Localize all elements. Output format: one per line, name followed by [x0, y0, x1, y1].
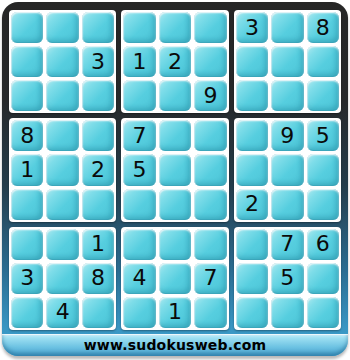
sudoku-cell[interactable]: 3 [11, 263, 43, 294]
sudoku-cell[interactable]: 9 [271, 120, 303, 151]
sudoku-cell[interactable] [123, 189, 155, 220]
sudoku-cell[interactable] [11, 189, 43, 220]
sudoku-box: 38 [234, 10, 341, 113]
sudoku-cell[interactable] [11, 46, 43, 77]
sudoku-cell[interactable]: 7 [123, 120, 155, 151]
sudoku-cell[interactable] [194, 154, 226, 185]
sudoku-cell[interactable]: 8 [307, 12, 339, 43]
sudoku-cell[interactable] [123, 297, 155, 328]
sudoku-cell[interactable]: 4 [46, 297, 78, 328]
sudoku-box: 1384 [9, 227, 116, 330]
sudoku-cell[interactable]: 1 [159, 297, 191, 328]
sudoku-box: 129 [121, 10, 228, 113]
sudoku-box: 75 [121, 118, 228, 221]
sudoku-cell[interactable]: 7 [194, 263, 226, 294]
sudoku-cell[interactable] [159, 80, 191, 111]
sudoku-cell[interactable] [271, 189, 303, 220]
sudoku-cell[interactable]: 2 [236, 189, 268, 220]
sudoku-cell[interactable]: 2 [159, 46, 191, 77]
sudoku-cell[interactable]: 1 [123, 46, 155, 77]
sudoku-cell[interactable]: 5 [271, 263, 303, 294]
sudoku-box: 812 [9, 118, 116, 221]
sudoku-cell[interactable] [307, 263, 339, 294]
sudoku-cell[interactable] [236, 229, 268, 260]
sudoku-cell[interactable] [307, 46, 339, 77]
sudoku-cell[interactable] [194, 12, 226, 43]
sudoku-cell[interactable] [82, 189, 114, 220]
sudoku-cell[interactable] [159, 263, 191, 294]
sudoku-cell[interactable]: 8 [82, 263, 114, 294]
sudoku-cell[interactable] [236, 154, 268, 185]
sudoku-cell[interactable]: 9 [194, 80, 226, 111]
sudoku-cell[interactable] [236, 297, 268, 328]
sudoku-cell[interactable] [307, 154, 339, 185]
sudoku-board: 312938812759521384471765 [9, 10, 341, 330]
sudoku-cell[interactable]: 6 [307, 229, 339, 260]
sudoku-cell[interactable] [194, 229, 226, 260]
sudoku-cell[interactable] [159, 12, 191, 43]
sudoku-cell[interactable] [194, 46, 226, 77]
sudoku-cell[interactable] [82, 12, 114, 43]
site-url: www.sudokusweb.com [84, 337, 267, 353]
sudoku-cell[interactable] [11, 229, 43, 260]
sudoku-box: 3 [9, 10, 116, 113]
sudoku-cell[interactable] [271, 80, 303, 111]
sudoku-cell[interactable] [236, 46, 268, 77]
sudoku-box: 471 [121, 227, 228, 330]
sudoku-cell[interactable]: 1 [11, 154, 43, 185]
sudoku-cell[interactable] [123, 12, 155, 43]
sudoku-cell[interactable] [159, 154, 191, 185]
sudoku-cell[interactable]: 5 [307, 120, 339, 151]
sudoku-cell[interactable] [123, 229, 155, 260]
sudoku-cell[interactable] [194, 297, 226, 328]
sudoku-cell[interactable] [46, 154, 78, 185]
sudoku-cell[interactable] [82, 80, 114, 111]
sudoku-cell[interactable] [46, 80, 78, 111]
sudoku-cell[interactable]: 2 [82, 154, 114, 185]
sudoku-cell[interactable]: 1 [82, 229, 114, 260]
sudoku-cell[interactable] [11, 12, 43, 43]
sudoku-cell[interactable] [46, 12, 78, 43]
sudoku-cell[interactable]: 5 [123, 154, 155, 185]
sudoku-cell[interactable] [236, 263, 268, 294]
sudoku-cell[interactable] [11, 80, 43, 111]
sudoku-cell[interactable] [46, 263, 78, 294]
sudoku-cell[interactable] [307, 189, 339, 220]
sudoku-cell[interactable] [46, 189, 78, 220]
sudoku-cell[interactable] [46, 46, 78, 77]
sudoku-cell[interactable] [46, 229, 78, 260]
sudoku-cell[interactable] [159, 229, 191, 260]
sudoku-cell[interactable]: 3 [236, 12, 268, 43]
sudoku-cell[interactable] [159, 189, 191, 220]
sudoku-box: 765 [234, 227, 341, 330]
sudoku-cell[interactable] [194, 189, 226, 220]
sudoku-cell[interactable] [271, 12, 303, 43]
sudoku-cell[interactable] [236, 120, 268, 151]
sudoku-cell[interactable] [11, 297, 43, 328]
sudoku-cell[interactable] [123, 80, 155, 111]
footer-band: www.sudokusweb.com [2, 334, 348, 356]
sudoku-cell[interactable] [271, 297, 303, 328]
sudoku-cell[interactable] [46, 120, 78, 151]
sudoku-box: 952 [234, 118, 341, 221]
sudoku-cell[interactable] [194, 120, 226, 151]
sudoku-cell[interactable]: 8 [11, 120, 43, 151]
sudoku-cell[interactable] [82, 120, 114, 151]
sudoku-cell[interactable] [307, 80, 339, 111]
sudoku-cell[interactable]: 3 [82, 46, 114, 77]
sudoku-cell[interactable] [307, 297, 339, 328]
sudoku-cell[interactable] [159, 120, 191, 151]
sudoku-cell[interactable] [236, 80, 268, 111]
sudoku-cell[interactable] [271, 46, 303, 77]
sudoku-cell[interactable]: 7 [271, 229, 303, 260]
sudoku-cell[interactable] [271, 154, 303, 185]
board-frame: 312938812759521384471765 www.sudokusweb.… [2, 2, 348, 356]
sudoku-cell[interactable] [82, 297, 114, 328]
sudoku-cell[interactable]: 4 [123, 263, 155, 294]
